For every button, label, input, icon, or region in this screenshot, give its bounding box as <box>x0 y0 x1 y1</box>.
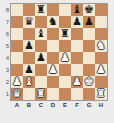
white-pawn-piece: ♟ <box>72 76 82 88</box>
file-label-g: G <box>83 100 95 112</box>
file-label-b: B <box>23 100 35 112</box>
square-g6[interactable] <box>83 28 95 40</box>
rank-label-6: 6 <box>0 28 11 40</box>
black-pawn-piece: ♟ <box>24 40 34 52</box>
chess-board: ♜♝♚♛♞♟♟♝♜♟♞♟♟♟♟♟♟♝♟♚♛♜♜ <box>11 4 107 100</box>
square-b7[interactable]: ♛ <box>23 16 35 28</box>
white-knight-piece: ♞ <box>96 40 106 52</box>
square-f5[interactable] <box>71 40 83 52</box>
board-area: 87654321 ♜♝♚♛♞♟♟♝♜♟♞♟♟♟♟♟♟♝♟♚♛♜♜ ABCDEFG… <box>0 4 107 112</box>
black-pawn-piece: ♟ <box>84 16 94 28</box>
rank-label-5: 5 <box>0 40 11 52</box>
square-a4[interactable] <box>11 52 23 64</box>
square-f7[interactable]: ♟ <box>71 16 83 28</box>
black-pawn-piece: ♟ <box>72 16 82 28</box>
square-h8[interactable] <box>95 4 107 16</box>
white-pawn-piece: ♟ <box>96 64 106 76</box>
square-e2[interactable] <box>59 76 71 88</box>
square-d1[interactable] <box>47 88 59 100</box>
square-g2[interactable]: ♚ <box>83 76 95 88</box>
rank-label-8: 8 <box>0 4 11 16</box>
square-c4[interactable]: ♟ <box>35 52 47 64</box>
black-queen-piece: ♛ <box>24 16 34 28</box>
square-c1[interactable]: ♜ <box>35 88 47 100</box>
square-d2[interactable] <box>47 76 59 88</box>
white-queen-piece: ♛ <box>12 88 22 100</box>
square-c8[interactable]: ♜ <box>35 4 47 16</box>
rank-label-2: 2 <box>0 76 11 88</box>
rank-label-3: 3 <box>0 64 11 76</box>
square-f2[interactable]: ♟ <box>71 76 83 88</box>
square-h1[interactable]: ♜ <box>95 88 107 100</box>
chess-diagram: 87654321 ♜♝♚♛♞♟♟♝♜♟♞♟♟♟♟♟♟♝♟♚♛♜♜ ABCDEFG… <box>0 0 114 123</box>
file-label-c: C <box>35 100 47 112</box>
file-label-h: H <box>95 100 107 112</box>
white-rook-piece: ♜ <box>96 88 106 100</box>
file-label-f: F <box>71 100 83 112</box>
square-h3[interactable]: ♟ <box>95 64 107 76</box>
white-king-piece: ♚ <box>84 76 94 88</box>
black-bishop-piece: ♝ <box>36 28 46 40</box>
square-h5[interactable]: ♞ <box>95 40 107 52</box>
black-rook-piece: ♜ <box>60 28 70 40</box>
file-label-a: A <box>11 100 23 112</box>
square-a6[interactable] <box>11 28 23 40</box>
square-a1[interactable]: ♛ <box>11 88 23 100</box>
rank-label-7: 7 <box>0 16 11 28</box>
square-g1[interactable] <box>83 88 95 100</box>
white-bishop-piece: ♝ <box>24 76 34 88</box>
rank-labels: 87654321 <box>0 4 11 100</box>
square-d7[interactable]: ♞ <box>47 16 59 28</box>
file-labels: ABCDEFGH <box>11 100 107 112</box>
square-e1[interactable] <box>59 88 71 100</box>
white-pawn-piece: ♟ <box>60 52 70 64</box>
rank-label-1: 1 <box>0 88 11 100</box>
file-label-e: E <box>59 100 71 112</box>
square-b5[interactable]: ♟ <box>23 40 35 52</box>
square-a8[interactable] <box>11 4 23 16</box>
square-d6[interactable] <box>47 28 59 40</box>
square-b1[interactable] <box>23 88 35 100</box>
square-f1[interactable] <box>71 88 83 100</box>
square-d5[interactable] <box>47 40 59 52</box>
square-e4[interactable]: ♟ <box>59 52 71 64</box>
black-pawn-piece: ♟ <box>36 52 46 64</box>
black-knight-piece: ♞ <box>48 16 58 28</box>
square-g7[interactable]: ♟ <box>83 16 95 28</box>
square-e8[interactable] <box>59 4 71 16</box>
square-c3[interactable] <box>35 64 47 76</box>
rank-label-4: 4 <box>0 52 11 64</box>
file-label-d: D <box>47 100 59 112</box>
square-h7[interactable] <box>95 16 107 28</box>
square-a7[interactable] <box>11 16 23 28</box>
square-f4[interactable] <box>71 52 83 64</box>
white-rook-piece: ♜ <box>36 88 46 100</box>
white-pawn-piece: ♟ <box>48 64 58 76</box>
square-a5[interactable] <box>11 40 23 52</box>
black-rook-piece: ♜ <box>36 4 46 16</box>
square-b2[interactable]: ♝ <box>23 76 35 88</box>
square-f6[interactable] <box>71 28 83 40</box>
square-g5[interactable] <box>83 40 95 52</box>
square-c6[interactable]: ♝ <box>35 28 47 40</box>
square-e3[interactable] <box>59 64 71 76</box>
square-d3[interactable]: ♟ <box>47 64 59 76</box>
square-e6[interactable]: ♜ <box>59 28 71 40</box>
square-g4[interactable] <box>83 52 95 64</box>
